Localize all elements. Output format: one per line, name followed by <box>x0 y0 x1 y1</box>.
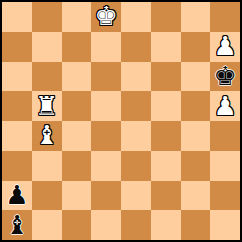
square-h6[interactable]: ♚ <box>210 62 240 92</box>
square-b3[interactable] <box>32 151 62 181</box>
square-c8[interactable] <box>62 2 92 32</box>
square-e7[interactable] <box>121 32 151 62</box>
square-a8[interactable] <box>2 2 32 32</box>
square-e3[interactable] <box>121 151 151 181</box>
white-pawn[interactable]: ♟ <box>213 32 236 61</box>
square-f4[interactable] <box>151 121 181 151</box>
black-pawn[interactable]: ♟ <box>5 181 28 210</box>
square-a3[interactable] <box>2 151 32 181</box>
white-bishop[interactable]: ♝ <box>35 121 58 150</box>
square-f7[interactable] <box>151 32 181 62</box>
square-g8[interactable] <box>181 2 211 32</box>
square-f2[interactable] <box>151 181 181 211</box>
square-g2[interactable] <box>181 181 211 211</box>
square-g5[interactable] <box>181 91 211 121</box>
square-f3[interactable] <box>151 151 181 181</box>
square-c1[interactable] <box>62 210 92 240</box>
square-a5[interactable] <box>2 91 32 121</box>
square-h7[interactable]: ♟ <box>210 32 240 62</box>
square-e1[interactable] <box>121 210 151 240</box>
square-g6[interactable] <box>181 62 211 92</box>
square-d8[interactable]: ♚ <box>91 2 121 32</box>
square-b6[interactable] <box>32 62 62 92</box>
black-king[interactable]: ♚ <box>213 62 236 91</box>
square-h1[interactable] <box>210 210 240 240</box>
square-a6[interactable] <box>2 62 32 92</box>
square-a4[interactable] <box>2 121 32 151</box>
square-c3[interactable] <box>62 151 92 181</box>
square-e8[interactable] <box>121 2 151 32</box>
square-c5[interactable] <box>62 91 92 121</box>
square-d4[interactable] <box>91 121 121 151</box>
square-c2[interactable] <box>62 181 92 211</box>
square-c6[interactable] <box>62 62 92 92</box>
square-b5[interactable]: ♜ <box>32 91 62 121</box>
square-f6[interactable] <box>151 62 181 92</box>
square-g3[interactable] <box>181 151 211 181</box>
square-c4[interactable] <box>62 121 92 151</box>
white-rook[interactable]: ♜ <box>35 92 58 121</box>
square-f8[interactable] <box>151 2 181 32</box>
white-king[interactable]: ♚ <box>94 2 117 31</box>
square-g1[interactable] <box>181 210 211 240</box>
square-d3[interactable] <box>91 151 121 181</box>
square-h4[interactable] <box>210 121 240 151</box>
square-h5[interactable]: ♟ <box>210 91 240 121</box>
square-e5[interactable] <box>121 91 151 121</box>
square-a7[interactable] <box>2 32 32 62</box>
square-g7[interactable] <box>181 32 211 62</box>
square-d7[interactable] <box>91 32 121 62</box>
square-a2[interactable]: ♟ <box>2 181 32 211</box>
square-d1[interactable] <box>91 210 121 240</box>
white-pawn[interactable]: ♟ <box>213 92 236 121</box>
square-g4[interactable] <box>181 121 211 151</box>
square-d6[interactable] <box>91 62 121 92</box>
square-b8[interactable] <box>32 2 62 32</box>
square-f1[interactable] <box>151 210 181 240</box>
square-c7[interactable] <box>62 32 92 62</box>
board-grid: ♚♟♚♜♟♝♟♝ <box>2 2 240 240</box>
square-a1[interactable]: ♝ <box>2 210 32 240</box>
square-h3[interactable] <box>210 151 240 181</box>
chessboard: ♚♟♚♜♟♝♟♝ <box>0 0 242 242</box>
square-h2[interactable] <box>210 181 240 211</box>
square-f5[interactable] <box>151 91 181 121</box>
square-b2[interactable] <box>32 181 62 211</box>
square-h8[interactable] <box>210 2 240 32</box>
square-b4[interactable]: ♝ <box>32 121 62 151</box>
square-e4[interactable] <box>121 121 151 151</box>
square-d5[interactable] <box>91 91 121 121</box>
square-b7[interactable] <box>32 32 62 62</box>
square-b1[interactable] <box>32 210 62 240</box>
black-bishop[interactable]: ♝ <box>5 211 28 240</box>
square-d2[interactable] <box>91 181 121 211</box>
square-e6[interactable] <box>121 62 151 92</box>
square-e2[interactable] <box>121 181 151 211</box>
